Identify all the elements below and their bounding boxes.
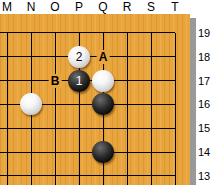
row-label-18: 18 xyxy=(196,45,212,69)
intersection-R16[interactable] xyxy=(115,92,139,116)
intersection-N18[interactable] xyxy=(19,45,43,69)
column-label-Q: Q xyxy=(91,0,115,14)
intersection-N16[interactable] xyxy=(19,92,43,116)
intersection-S17[interactable] xyxy=(139,69,163,93)
intersection-S13[interactable] xyxy=(139,164,163,185)
intersection-O14[interactable] xyxy=(43,140,67,164)
intersection-Q19[interactable] xyxy=(91,21,115,45)
intersection-O17[interactable]: B xyxy=(43,69,67,93)
go-board-diagram: MNOPQRST 2AB1 19181716151413 xyxy=(0,0,212,185)
intersection-N17[interactable] xyxy=(19,69,43,93)
row-label-13: 13 xyxy=(196,164,212,185)
intersection-N13[interactable] xyxy=(19,164,43,185)
column-label-O: O xyxy=(43,0,67,14)
row-labels: 19181716151413 xyxy=(196,21,212,185)
intersection-M14[interactable] xyxy=(0,140,19,164)
intersection-Q16[interactable] xyxy=(91,92,115,116)
white-stone-N16 xyxy=(20,93,42,115)
column-labels: MNOPQRST xyxy=(0,0,187,14)
intersection-N15[interactable] xyxy=(19,116,43,140)
mark-A-Q18[interactable]: A xyxy=(97,50,110,64)
column-label-N: N xyxy=(19,0,43,14)
intersection-P19[interactable] xyxy=(67,21,91,45)
intersection-R13[interactable] xyxy=(115,164,139,185)
row-label-15: 15 xyxy=(196,116,212,140)
intersection-Q14[interactable] xyxy=(91,140,115,164)
intersection-T19[interactable] xyxy=(163,21,187,45)
intersection-O16[interactable] xyxy=(43,92,67,116)
intersection-N14[interactable] xyxy=(19,140,43,164)
intersection-P13[interactable] xyxy=(67,164,91,185)
move-number-label: 1 xyxy=(76,75,83,87)
intersection-O18[interactable] xyxy=(43,45,67,69)
move-number-label: 2 xyxy=(76,51,83,63)
intersection-M18[interactable] xyxy=(0,45,19,69)
intersection-P18[interactable]: 2 xyxy=(67,45,91,69)
mark-B-O17[interactable]: B xyxy=(49,74,62,88)
intersection-S19[interactable] xyxy=(139,21,163,45)
intersection-T16[interactable] xyxy=(163,92,187,116)
intersection-P17[interactable]: 1 xyxy=(67,69,91,93)
intersection-O13[interactable] xyxy=(43,164,67,185)
intersection-T15[interactable] xyxy=(163,116,187,140)
column-label-M: M xyxy=(0,0,19,14)
intersection-S16[interactable] xyxy=(139,92,163,116)
intersection-R17[interactable] xyxy=(115,69,139,93)
intersection-P14[interactable] xyxy=(67,140,91,164)
intersection-R18[interactable] xyxy=(115,45,139,69)
column-label-R: R xyxy=(115,0,139,14)
intersection-Q15[interactable] xyxy=(91,116,115,140)
intersection-Q17[interactable] xyxy=(91,69,115,93)
row-label-16: 16 xyxy=(196,92,212,116)
column-label-S: S xyxy=(139,0,163,14)
row-label-17: 17 xyxy=(196,69,212,93)
intersection-T14[interactable] xyxy=(163,140,187,164)
intersection-T18[interactable] xyxy=(163,45,187,69)
intersection-Q18[interactable]: A xyxy=(91,45,115,69)
intersection-N19[interactable] xyxy=(19,21,43,45)
intersection-T17[interactable] xyxy=(163,69,187,93)
intersection-S14[interactable] xyxy=(139,140,163,164)
intersection-P16[interactable] xyxy=(67,92,91,116)
intersection-M16[interactable] xyxy=(0,92,19,116)
intersection-M17[interactable] xyxy=(0,69,19,93)
row-label-14: 14 xyxy=(196,140,212,164)
intersection-O19[interactable] xyxy=(43,21,67,45)
intersection-S15[interactable] xyxy=(139,116,163,140)
intersection-R15[interactable] xyxy=(115,116,139,140)
white-stone-Q17 xyxy=(92,70,114,92)
column-label-T: T xyxy=(163,0,187,14)
black-stone-P17: 1 xyxy=(68,70,90,92)
intersection-O15[interactable] xyxy=(43,116,67,140)
intersection-M13[interactable] xyxy=(0,164,19,185)
intersection-T13[interactable] xyxy=(163,164,187,185)
intersection-R14[interactable] xyxy=(115,140,139,164)
black-stone-Q14 xyxy=(92,141,114,163)
white-stone-P18: 2 xyxy=(68,46,90,68)
intersection-M15[interactable] xyxy=(0,116,19,140)
board-grid: 2AB1 xyxy=(0,21,187,185)
column-label-P: P xyxy=(67,0,91,14)
intersection-Q13[interactable] xyxy=(91,164,115,185)
board: 2AB1 xyxy=(0,14,190,185)
black-stone-Q16 xyxy=(92,93,114,115)
intersection-R19[interactable] xyxy=(115,21,139,45)
intersection-M19[interactable] xyxy=(0,21,19,45)
intersection-P15[interactable] xyxy=(67,116,91,140)
intersection-S18[interactable] xyxy=(139,45,163,69)
row-label-19: 19 xyxy=(196,21,212,45)
